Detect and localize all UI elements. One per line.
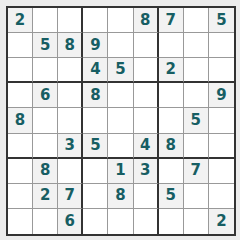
cell-r8c2: 2 [33,184,58,209]
cell-r1c9: 5 [209,8,234,33]
cell-r3c5: 5 [108,58,133,83]
cell-r8c4[interactable] [83,184,108,209]
cell-r1c2[interactable] [33,8,58,33]
cell-r1c4[interactable] [83,8,108,33]
cell-r9c7[interactable] [159,209,184,234]
cell-r4c1[interactable] [8,83,33,108]
cell-r7c4[interactable] [83,159,108,184]
cell-r6c5[interactable] [108,134,133,159]
cell-r6c9[interactable] [209,134,234,159]
cell-r3c3[interactable] [58,58,83,83]
cell-r2c3: 8 [58,33,83,58]
cell-r6c1[interactable] [8,134,33,159]
cell-r8c6[interactable] [134,184,159,209]
cell-r6c2[interactable] [33,134,58,159]
cell-r5c3[interactable] [58,108,83,133]
cell-r6c6: 4 [134,134,159,159]
cell-r9c1[interactable] [8,209,33,234]
cell-r2c8[interactable] [184,33,209,58]
cell-r2c2: 5 [33,33,58,58]
cell-r1c6: 8 [134,8,159,33]
cell-r2c5[interactable] [108,33,133,58]
cell-r9c2[interactable] [33,209,58,234]
cell-r8c7: 5 [159,184,184,209]
cell-r1c5[interactable] [108,8,133,33]
cell-r2c1[interactable] [8,33,33,58]
cell-r4c3[interactable] [58,83,83,108]
cell-r3c9[interactable] [209,58,234,83]
cell-r6c3: 3 [58,134,83,159]
cell-r2c9[interactable] [209,33,234,58]
cell-r1c1: 2 [8,8,33,33]
cell-r8c8[interactable] [184,184,209,209]
cell-r5c8: 5 [184,108,209,133]
cell-r8c3: 7 [58,184,83,209]
cell-r9c5[interactable] [108,209,133,234]
cell-r4c2: 6 [33,83,58,108]
cell-r8c9[interactable] [209,184,234,209]
cell-r7c9[interactable] [209,159,234,184]
cell-r5c1: 8 [8,108,33,133]
cell-r6c7: 8 [159,134,184,159]
cell-r2c4: 9 [83,33,108,58]
cell-r7c3[interactable] [58,159,83,184]
cell-r1c3[interactable] [58,8,83,33]
cell-r5c6[interactable] [134,108,159,133]
cell-r1c8[interactable] [184,8,209,33]
cell-r3c1[interactable] [8,58,33,83]
sudoku-board: 28755894526898535488137278562 [6,6,236,236]
cell-r5c4[interactable] [83,108,108,133]
cell-r2c6[interactable] [134,33,159,58]
cell-r5c2[interactable] [33,108,58,133]
cell-r6c8[interactable] [184,134,209,159]
cell-r7c1[interactable] [8,159,33,184]
cell-r4c7[interactable] [159,83,184,108]
cell-r4c9: 9 [209,83,234,108]
cell-r9c4[interactable] [83,209,108,234]
cell-r9c8[interactable] [184,209,209,234]
cell-r4c4: 8 [83,83,108,108]
cell-r3c6[interactable] [134,58,159,83]
cell-r2c7[interactable] [159,33,184,58]
cell-r5c7[interactable] [159,108,184,133]
cell-r3c7: 2 [159,58,184,83]
cell-r4c5[interactable] [108,83,133,108]
cell-r5c9[interactable] [209,108,234,133]
cell-r9c3: 6 [58,209,83,234]
cell-r9c9: 2 [209,209,234,234]
cell-r3c4: 4 [83,58,108,83]
cell-r7c7[interactable] [159,159,184,184]
cell-r7c6: 3 [134,159,159,184]
cell-r4c6[interactable] [134,83,159,108]
cell-r7c2: 8 [33,159,58,184]
cell-r5c5[interactable] [108,108,133,133]
cell-r1c7: 7 [159,8,184,33]
cell-r3c8[interactable] [184,58,209,83]
cell-r3c2[interactable] [33,58,58,83]
cell-r8c1[interactable] [8,184,33,209]
cell-r8c5: 8 [108,184,133,209]
cell-r7c5: 1 [108,159,133,184]
cell-r9c6[interactable] [134,209,159,234]
cell-r7c8: 7 [184,159,209,184]
cell-r6c4: 5 [83,134,108,159]
cell-r4c8[interactable] [184,83,209,108]
